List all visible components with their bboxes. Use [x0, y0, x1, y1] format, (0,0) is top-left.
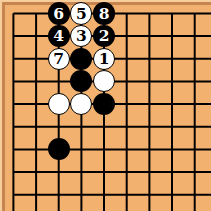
- stone-black-move-4: 4: [48, 25, 70, 47]
- stone-white-move-3: 3: [70, 25, 92, 47]
- stone-white: [70, 93, 92, 115]
- stone-white-move-5: 5: [70, 2, 92, 24]
- stone-black-move-8: 8: [93, 2, 115, 24]
- stone-white-move-1: 1: [93, 48, 115, 70]
- stone-black-move-2: 2: [93, 25, 115, 47]
- stone-black: [48, 138, 70, 160]
- go-board-diagram: 65843271: [0, 0, 211, 211]
- stone-white: [48, 93, 70, 115]
- stone-white-move-7: 7: [48, 48, 70, 70]
- stone-white: [93, 70, 115, 92]
- stone-black-move-6: 6: [48, 2, 70, 24]
- stone-layer: 65843271: [2, 2, 206, 206]
- stone-black: [70, 70, 92, 92]
- stone-black: [70, 48, 92, 70]
- stone-black: [93, 93, 115, 115]
